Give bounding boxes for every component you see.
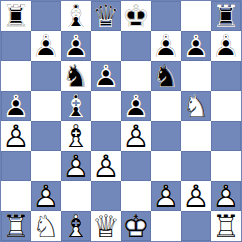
white-pawn-outline-icon: ♙ (211, 181, 241, 211)
white-knight-outline-icon: ♘ (181, 91, 211, 121)
square-b7[interactable]: ♟♙ (31, 31, 61, 61)
white-bishop-outline-icon: ♗ (61, 211, 91, 241)
square-g4[interactable] (181, 121, 211, 151)
square-e1[interactable]: ♚♔ (121, 211, 151, 241)
black-king-icon: ♚ (121, 1, 151, 31)
square-d6[interactable]: ♟♙ (91, 61, 121, 91)
white-rook-outline-icon: ♖ (1, 211, 31, 241)
black-pawn-icon: ♟ (31, 31, 61, 61)
square-h3[interactable] (211, 151, 241, 181)
black-pawn-icon: ♟ (1, 91, 31, 121)
black-pawn-outline-icon: ♙ (91, 61, 121, 91)
black-rook-icon: ♜ (211, 1, 241, 31)
white-bishop-outline-icon: ♗ (61, 121, 91, 151)
white-pawn-outline-icon: ♙ (61, 151, 91, 181)
black-pawn-icon: ♟ (91, 61, 121, 91)
square-b5[interactable] (31, 91, 61, 121)
square-b1[interactable]: ♞♘ (31, 211, 61, 241)
square-g7[interactable]: ♟♙ (181, 31, 211, 61)
square-g1[interactable] (181, 211, 211, 241)
square-c1[interactable]: ♝♗ (61, 211, 91, 241)
white-knight-icon: ♞ (31, 211, 61, 241)
square-b6[interactable] (31, 61, 61, 91)
white-pawn-icon: ♟ (121, 121, 151, 151)
square-e4[interactable]: ♟♙ (121, 121, 151, 151)
black-pawn-outline-icon: ♙ (151, 31, 181, 61)
square-f8[interactable] (151, 1, 181, 31)
square-b2[interactable]: ♟♙ (31, 181, 61, 211)
black-pawn-icon: ♟ (211, 31, 241, 61)
square-c8[interactable]: ♝♗ (61, 1, 91, 31)
square-c3[interactable]: ♟♙ (61, 151, 91, 181)
black-rook-icon: ♜ (1, 1, 31, 31)
square-e8[interactable]: ♚♔ (121, 1, 151, 31)
square-f7[interactable]: ♟♙ (151, 31, 181, 61)
black-knight-outline-icon: ♘ (61, 61, 91, 91)
white-queen-outline-icon: ♕ (91, 211, 121, 241)
square-d1[interactable]: ♛♕ (91, 211, 121, 241)
chess-board: ♜♖♝♗♛♕♚♔♜♖♟♙♟♙♟♙♟♙♟♙♞♘♟♙♞♘♟♙♝♗♟♙♞♘♟♙♝♗♟♙… (0, 0, 242, 242)
square-h2[interactable]: ♟♙ (211, 181, 241, 211)
square-f6[interactable]: ♞♘ (151, 61, 181, 91)
white-rook-icon: ♜ (1, 211, 31, 241)
chess-board-container: ♜♖♝♗♛♕♚♔♜♖♟♙♟♙♟♙♟♙♟♙♞♘♟♙♞♘♟♙♝♗♟♙♞♘♟♙♝♗♟♙… (0, 0, 242, 242)
black-king-outline-icon: ♔ (121, 1, 151, 31)
black-bishop-icon: ♝ (61, 91, 91, 121)
white-queen-icon: ♛ (91, 211, 121, 241)
white-pawn-icon: ♟ (211, 181, 241, 211)
black-knight-outline-icon: ♘ (151, 61, 181, 91)
square-e3[interactable] (121, 151, 151, 181)
black-pawn-outline-icon: ♙ (31, 31, 61, 61)
square-c2[interactable] (61, 181, 91, 211)
white-pawn-outline-icon: ♙ (151, 181, 181, 211)
black-pawn-icon: ♟ (61, 31, 91, 61)
square-c6[interactable]: ♞♘ (61, 61, 91, 91)
white-knight-outline-icon: ♘ (31, 211, 61, 241)
square-h4[interactable] (211, 121, 241, 151)
square-a1[interactable]: ♜♖ (1, 211, 31, 241)
black-pawn-outline-icon: ♙ (1, 91, 31, 121)
white-rook-icon: ♜ (211, 211, 241, 241)
white-pawn-icon: ♟ (61, 151, 91, 181)
white-bishop-icon: ♝ (61, 121, 91, 151)
square-f1[interactable] (151, 211, 181, 241)
black-pawn-outline-icon: ♙ (181, 31, 211, 61)
square-f3[interactable] (151, 151, 181, 181)
square-b3[interactable] (31, 151, 61, 181)
square-h6[interactable] (211, 61, 241, 91)
square-g3[interactable] (181, 151, 211, 181)
square-d7[interactable] (91, 31, 121, 61)
square-h5[interactable] (211, 91, 241, 121)
square-f2[interactable]: ♟♙ (151, 181, 181, 211)
white-pawn-outline-icon: ♙ (181, 181, 211, 211)
square-h7[interactable]: ♟♙ (211, 31, 241, 61)
square-h8[interactable]: ♜♖ (211, 1, 241, 31)
square-e5[interactable]: ♟♙ (121, 91, 151, 121)
black-pawn-icon: ♟ (121, 91, 151, 121)
square-a2[interactable] (1, 181, 31, 211)
square-g2[interactable]: ♟♙ (181, 181, 211, 211)
black-queen-outline-icon: ♕ (91, 1, 121, 31)
black-bishop-outline-icon: ♗ (61, 1, 91, 31)
white-king-icon: ♚ (121, 211, 151, 241)
square-f4[interactable] (151, 121, 181, 151)
white-pawn-outline-icon: ♙ (121, 121, 151, 151)
square-a5[interactable]: ♟♙ (1, 91, 31, 121)
black-bishop-icon: ♝ (61, 1, 91, 31)
black-pawn-outline-icon: ♙ (121, 91, 151, 121)
white-pawn-icon: ♟ (1, 121, 31, 151)
white-king-outline-icon: ♔ (121, 211, 151, 241)
black-rook-outline-icon: ♖ (211, 1, 241, 31)
square-a4[interactable]: ♟♙ (1, 121, 31, 151)
white-pawn-icon: ♟ (31, 181, 61, 211)
square-e7[interactable] (121, 31, 151, 61)
square-b8[interactable] (31, 1, 61, 31)
square-c7[interactable]: ♟♙ (61, 31, 91, 61)
black-pawn-icon: ♟ (181, 31, 211, 61)
square-d5[interactable] (91, 91, 121, 121)
square-b4[interactable] (31, 121, 61, 151)
black-bishop-outline-icon: ♗ (61, 91, 91, 121)
white-pawn-icon: ♟ (181, 181, 211, 211)
black-knight-icon: ♞ (151, 61, 181, 91)
square-a6[interactable] (1, 61, 31, 91)
square-c5[interactable]: ♝♗ (61, 91, 91, 121)
black-pawn-icon: ♟ (151, 31, 181, 61)
square-d4[interactable] (91, 121, 121, 151)
square-d3[interactable]: ♟♙ (91, 151, 121, 181)
black-knight-icon: ♞ (61, 61, 91, 91)
square-d2[interactable] (91, 181, 121, 211)
white-pawn-icon: ♟ (91, 151, 121, 181)
black-pawn-outline-icon: ♙ (61, 31, 91, 61)
square-g6[interactable] (181, 61, 211, 91)
square-a8[interactable]: ♜♖ (1, 1, 31, 31)
square-a3[interactable] (1, 151, 31, 181)
white-pawn-outline-icon: ♙ (31, 181, 61, 211)
square-h1[interactable]: ♜♖ (211, 211, 241, 241)
white-bishop-icon: ♝ (61, 211, 91, 241)
square-e6[interactable] (121, 61, 151, 91)
square-g8[interactable] (181, 1, 211, 31)
square-c4[interactable]: ♝♗ (61, 121, 91, 151)
black-queen-icon: ♛ (91, 1, 121, 31)
square-a7[interactable] (1, 31, 31, 61)
square-f5[interactable] (151, 91, 181, 121)
white-rook-outline-icon: ♖ (211, 211, 241, 241)
square-e2[interactable] (121, 181, 151, 211)
white-knight-icon: ♞ (181, 91, 211, 121)
square-g5[interactable]: ♞♘ (181, 91, 211, 121)
square-d8[interactable]: ♛♕ (91, 1, 121, 31)
white-pawn-icon: ♟ (151, 181, 181, 211)
black-rook-outline-icon: ♖ (1, 1, 31, 31)
black-pawn-outline-icon: ♙ (211, 31, 241, 61)
white-pawn-outline-icon: ♙ (1, 121, 31, 151)
white-pawn-outline-icon: ♙ (91, 151, 121, 181)
